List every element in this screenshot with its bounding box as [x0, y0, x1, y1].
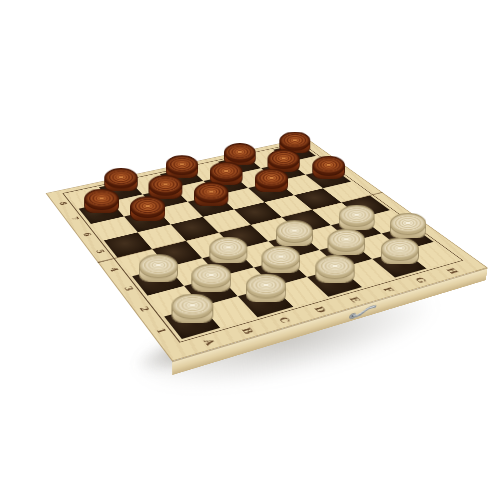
- board-top-surface: 12345678 ABCDEFGH: [46, 138, 488, 362]
- checker-top: [191, 264, 231, 289]
- white-checker-a3: [139, 254, 178, 285]
- checker-top: [276, 220, 313, 243]
- checker-top: [194, 182, 229, 203]
- checker-top: [267, 149, 299, 169]
- white-checker-c3: [209, 237, 247, 267]
- checker-top: [261, 246, 300, 270]
- dark-checker-d6: [194, 182, 229, 209]
- product-photo: 12345678 ABCDEFGH: [0, 0, 500, 500]
- checkers-board: 12345678 ABCDEFGH: [46, 138, 488, 362]
- white-checker-b2: [191, 264, 231, 295]
- checker-top: [130, 196, 166, 218]
- white-checker-e1: [315, 255, 355, 286]
- checker-top: [381, 237, 419, 260]
- checker-top: [148, 175, 182, 196]
- checker-top: [224, 143, 256, 163]
- checker-top: [327, 229, 365, 252]
- board-grid: [67, 144, 457, 339]
- dark-checker-b6: [130, 196, 166, 224]
- checker-side: [209, 247, 247, 265]
- white-checker-c1: [246, 274, 287, 306]
- checker-top: [315, 255, 355, 279]
- checker-side: [191, 275, 231, 294]
- dark-checker-f6: [255, 168, 289, 194]
- square-e1: [307, 268, 362, 297]
- checker-top: [139, 254, 178, 278]
- scene: 12345678 ABCDEFGH: [0, 0, 500, 500]
- dark-checker-h6: [312, 156, 345, 182]
- checker-top: [165, 155, 198, 175]
- checker-top: [209, 237, 247, 260]
- checker-top: [171, 293, 213, 319]
- checker-top: [279, 131, 310, 150]
- checker-side: [315, 266, 355, 285]
- checker-side: [261, 256, 300, 274]
- checker-side: [139, 265, 178, 284]
- checker-top: [255, 168, 289, 189]
- checker-top: [312, 156, 345, 176]
- checker-side: [246, 285, 287, 304]
- checker-top: [84, 189, 119, 210]
- white-checker-a1: [171, 293, 213, 326]
- checker-top: [246, 274, 287, 299]
- checker-side: [381, 248, 419, 266]
- white-checker-f2: [327, 229, 365, 258]
- white-checker-g1: [381, 237, 419, 267]
- checker-side: [171, 305, 213, 325]
- checker-top: [338, 205, 374, 227]
- checker-top: [390, 213, 427, 235]
- checker-top: [104, 168, 138, 189]
- white-checker-e3: [276, 220, 313, 249]
- dark-checker-a7: [84, 189, 119, 216]
- white-checker-d2: [261, 246, 300, 276]
- checker-top: [209, 162, 242, 182]
